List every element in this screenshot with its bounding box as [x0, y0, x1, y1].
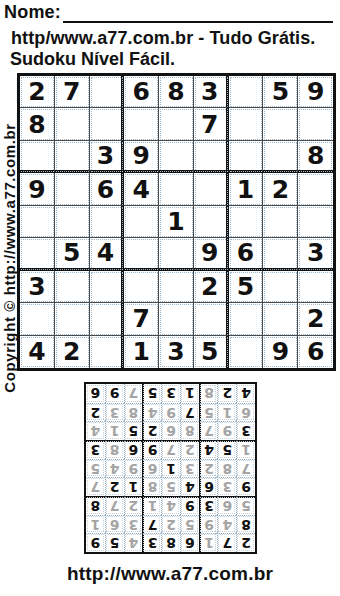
solution-cell-r5c3: 2 — [199, 459, 218, 478]
cell-r4c3: 6 — [90, 173, 125, 205]
copyright-vertical-text: Copyright © http://www.a77.com.br — [1, 123, 18, 392]
solution-cell-r1c2: 7 — [217, 533, 236, 552]
solution-cell-r2c9: 1 — [86, 515, 105, 534]
cell-r6c5[interactable] — [159, 238, 194, 270]
solution-cell-r7c3: 7 — [199, 421, 218, 440]
cell-r2c7[interactable] — [229, 108, 264, 140]
cell-r4c2[interactable] — [55, 173, 90, 205]
cell-r4c9[interactable] — [298, 173, 333, 205]
solution-cell-r4c4: 4 — [180, 477, 199, 496]
cell-r6c9: 3 — [298, 238, 333, 270]
solution-cell-r9c6: 5 — [142, 384, 161, 403]
cell-r4c7: 1 — [229, 173, 264, 205]
name-label: Nome: — [4, 2, 61, 23]
solution-cell-r4c6: 8 — [142, 477, 161, 496]
cell-r3c6[interactable] — [194, 141, 229, 173]
solution-cell-r8c7: 8 — [124, 403, 143, 422]
solution-cell-r8c4: 7 — [180, 403, 199, 422]
solution-cell-r3c8: 7 — [105, 496, 124, 515]
solution-cell-r1c7: 4 — [124, 533, 143, 552]
cell-r5c4[interactable] — [124, 206, 159, 238]
cell-r5c6[interactable] — [194, 206, 229, 238]
solution-cell-r1c1: 2 — [236, 533, 255, 552]
puzzle-title: Sudoku Nível Fácil. — [10, 49, 175, 70]
solution-cell-r4c3: 6 — [199, 477, 218, 496]
cell-r5c5: 1 — [159, 206, 194, 238]
cell-r4c4: 4 — [124, 173, 159, 205]
solution-cell-r6c1: 1 — [236, 440, 255, 459]
cell-r6c8[interactable] — [263, 238, 298, 270]
solution-cell-r6c2: 5 — [217, 440, 236, 459]
solution-cell-r4c7: 1 — [124, 477, 143, 496]
solution-cell-r1c3: 1 — [199, 533, 218, 552]
cell-r3c1[interactable] — [20, 141, 55, 173]
solution-cell-r3c1: 5 — [236, 496, 255, 515]
cell-r1c4: 6 — [124, 76, 159, 108]
cell-r9c3[interactable] — [90, 336, 125, 368]
cell-r6c4[interactable] — [124, 238, 159, 270]
cell-r9c9: 6 — [298, 336, 333, 368]
solution-cell-r9c3: 8 — [199, 384, 218, 403]
cell-r4c6[interactable] — [194, 173, 229, 205]
solution-cell-r2c6: 7 — [142, 515, 161, 534]
name-input-line[interactable] — [63, 4, 333, 23]
solution-cell-r4c5: 5 — [161, 477, 180, 496]
cell-r4c5[interactable] — [159, 173, 194, 205]
solution-cell-r3c5: 4 — [161, 496, 180, 515]
solution-cell-r8c8: 3 — [105, 403, 124, 422]
solution-cell-r2c5: 2 — [161, 515, 180, 534]
cell-r7c5[interactable] — [159, 271, 194, 303]
cell-r1c9: 9 — [298, 76, 333, 108]
solution-cell-r3c6: 1 — [142, 496, 161, 515]
solution-cell-r2c2: 4 — [217, 515, 236, 534]
solution-cell-r8c1: 6 — [236, 403, 255, 422]
solution-cell-r2c7: 3 — [124, 515, 143, 534]
solution-cell-r3c2: 6 — [217, 496, 236, 515]
cell-r6c2: 5 — [55, 238, 90, 270]
solution-cell-r5c9: 5 — [86, 459, 105, 478]
solution-cell-r3c9: 8 — [86, 496, 105, 515]
solution-cell-r2c1: 8 — [236, 515, 255, 534]
cell-r6c3: 4 — [90, 238, 125, 270]
cell-r7c1: 3 — [20, 271, 55, 303]
solution-cell-r5c7: 9 — [124, 459, 143, 478]
solution-cell-r5c4: 3 — [180, 459, 199, 478]
solution-cell-r1c6: 3 — [142, 533, 161, 552]
solution-cell-r6c5: 7 — [161, 440, 180, 459]
cell-r4c8: 2 — [263, 173, 298, 205]
solution-cell-r7c9: 4 — [86, 421, 105, 440]
solution-cell-r4c2: 3 — [217, 477, 236, 496]
cell-r7c7: 5 — [229, 271, 264, 303]
cell-r1c8: 5 — [263, 76, 298, 108]
solution-cell-r6c4: 2 — [180, 440, 199, 459]
solution-cell-r7c4: 8 — [180, 421, 199, 440]
solution-cell-r6c9: 3 — [86, 440, 105, 459]
solution-cell-r4c1: 9 — [236, 477, 255, 496]
cell-r2c9[interactable] — [298, 108, 333, 140]
cell-r2c3[interactable] — [90, 108, 125, 140]
cell-r5c1[interactable] — [20, 206, 55, 238]
cell-r5c3[interactable] — [90, 206, 125, 238]
cell-r2c2[interactable] — [55, 108, 90, 140]
cell-r1c2: 7 — [55, 76, 90, 108]
solution-cell-r9c1: 4 — [236, 384, 255, 403]
header-site-url[interactable]: http/www.a77.com.br - Tudo Grátis. — [11, 28, 315, 49]
cell-r8c2[interactable] — [55, 303, 90, 335]
cell-r1c6: 3 — [194, 76, 229, 108]
cell-r1c7[interactable] — [229, 76, 264, 108]
solution-cell-r5c2: 8 — [217, 459, 236, 478]
cell-r8c9: 2 — [298, 303, 333, 335]
sudoku-board: 27683598739896412154963325724213596 — [17, 73, 336, 371]
solution-board-rotated: 2716834598495273615639412789364581277823… — [84, 382, 257, 554]
cell-r3c2[interactable] — [55, 141, 90, 173]
solution-cell-r9c7: 7 — [124, 384, 143, 403]
cell-r7c4[interactable] — [124, 271, 159, 303]
footer-url[interactable]: http://www.a77.com.br — [0, 563, 340, 585]
solution-cell-r7c1: 3 — [236, 421, 255, 440]
solution-cell-r1c8: 5 — [105, 533, 124, 552]
cell-r9c5: 3 — [159, 336, 194, 368]
solution-cell-r1c4: 6 — [180, 533, 199, 552]
cell-r9c6: 5 — [194, 336, 229, 368]
solution-cell-r8c2: 1 — [217, 403, 236, 422]
cell-r1c5: 8 — [159, 76, 194, 108]
cell-r5c7[interactable] — [229, 206, 264, 238]
solution-cell-r5c6: 6 — [142, 459, 161, 478]
solution-cell-r7c6: 2 — [142, 421, 161, 440]
solution-cell-r5c8: 4 — [105, 459, 124, 478]
cell-r5c9[interactable] — [298, 206, 333, 238]
solution-cell-r9c4: 1 — [180, 384, 199, 403]
solution-cell-r2c3: 9 — [199, 515, 218, 534]
solution-cell-r7c7: 5 — [124, 421, 143, 440]
cell-r8c3[interactable] — [90, 303, 125, 335]
solution-cell-r5c1: 7 — [236, 459, 255, 478]
cell-r3c5[interactable] — [159, 141, 194, 173]
cell-r1c1: 2 — [20, 76, 55, 108]
cell-r5c2[interactable] — [55, 206, 90, 238]
cell-r2c1: 8 — [20, 108, 55, 140]
cell-r5c8[interactable] — [263, 206, 298, 238]
cell-r9c8: 9 — [263, 336, 298, 368]
cell-r6c6: 9 — [194, 238, 229, 270]
name-row: Nome: — [4, 2, 333, 23]
solution-cell-r8c9: 2 — [86, 403, 105, 422]
cell-r2c8[interactable] — [263, 108, 298, 140]
solution-cell-r4c9: 7 — [86, 477, 105, 496]
solution-cell-r2c4: 5 — [180, 515, 199, 534]
cell-r6c1[interactable] — [20, 238, 55, 270]
cell-r7c6: 2 — [194, 271, 229, 303]
solution-cell-r8c6: 4 — [142, 403, 161, 422]
cell-r8c4: 7 — [124, 303, 159, 335]
cell-r8c7[interactable] — [229, 303, 264, 335]
cell-r6c7: 6 — [229, 238, 264, 270]
cell-r3c7[interactable] — [229, 141, 264, 173]
solution-cell-r2c8: 6 — [105, 515, 124, 534]
solution-cell-r9c2: 2 — [217, 384, 236, 403]
cell-r8c5[interactable] — [159, 303, 194, 335]
solution-cell-r3c4: 9 — [180, 496, 199, 515]
cell-r8c6[interactable] — [194, 303, 229, 335]
solution-cell-r3c7: 2 — [124, 496, 143, 515]
solution-cell-r6c7: 6 — [124, 440, 143, 459]
cell-r7c3[interactable] — [90, 271, 125, 303]
sudoku-page: Nome: http/www.a77.com.br - Tudo Grátis.… — [0, 0, 340, 596]
solution-cell-r9c5: 3 — [161, 384, 180, 403]
solution-cell-r8c5: 9 — [161, 403, 180, 422]
solution-cell-r7c8: 1 — [105, 421, 124, 440]
cell-r1c3[interactable] — [90, 76, 125, 108]
cell-r3c3: 3 — [90, 141, 125, 173]
cell-r9c2: 2 — [55, 336, 90, 368]
solution-cell-r8c3: 5 — [199, 403, 218, 422]
cell-r4c1: 9 — [20, 173, 55, 205]
cell-r9c7[interactable] — [229, 336, 264, 368]
cell-r7c9[interactable] — [298, 271, 333, 303]
cell-r3c9: 8 — [298, 141, 333, 173]
solution-cell-r7c2: 9 — [217, 421, 236, 440]
cell-r2c5[interactable] — [159, 108, 194, 140]
solution-cell-r4c8: 2 — [105, 477, 124, 496]
solution-cell-r9c9: 6 — [86, 384, 105, 403]
cell-r7c2[interactable] — [55, 271, 90, 303]
cell-r3c8[interactable] — [263, 141, 298, 173]
solution-cell-r7c5: 6 — [161, 421, 180, 440]
cell-r7c8[interactable] — [263, 271, 298, 303]
cell-r2c6: 7 — [194, 108, 229, 140]
cell-r9c4: 1 — [124, 336, 159, 368]
solution-cell-r6c8: 8 — [105, 440, 124, 459]
cell-r8c1[interactable] — [20, 303, 55, 335]
solution-cell-r6c3: 4 — [199, 440, 218, 459]
cell-r3c4: 9 — [124, 141, 159, 173]
solution-cell-r1c9: 9 — [86, 533, 105, 552]
cell-r2c4[interactable] — [124, 108, 159, 140]
solution-cell-r3c3: 3 — [199, 496, 218, 515]
solution-cell-r9c8: 9 — [105, 384, 124, 403]
solution-cell-r1c5: 8 — [161, 533, 180, 552]
cell-r9c1: 4 — [20, 336, 55, 368]
solution-cell-r5c5: 1 — [161, 459, 180, 478]
solution-cell-r6c6: 9 — [142, 440, 161, 459]
cell-r8c8[interactable] — [263, 303, 298, 335]
